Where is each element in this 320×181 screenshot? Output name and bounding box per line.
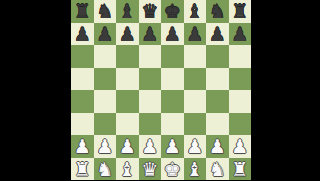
black-pawn[interactable]: ♟	[164, 22, 181, 45]
square-d2[interactable]: ♟	[139, 135, 162, 158]
black-pawn[interactable]: ♟	[96, 22, 113, 45]
square-g3[interactable]	[206, 113, 229, 136]
black-rook[interactable]: ♜	[231, 0, 248, 22]
black-pawn[interactable]: ♟	[119, 22, 136, 45]
letterbox-right	[251, 0, 320, 180]
square-a2[interactable]: ♟	[71, 135, 94, 158]
black-pawn[interactable]: ♟	[74, 22, 91, 45]
square-a3[interactable]	[71, 113, 94, 136]
square-f7[interactable]: ♟	[184, 23, 207, 46]
white-queen[interactable]: ♛	[141, 157, 158, 180]
square-h7[interactable]: ♟	[229, 23, 252, 46]
square-d6[interactable]	[139, 45, 162, 68]
square-d7[interactable]: ♟	[139, 23, 162, 46]
square-e1[interactable]: ♚	[161, 158, 184, 181]
square-f8[interactable]: ♝	[184, 0, 207, 23]
square-h4[interactable]	[229, 90, 252, 113]
square-f5[interactable]	[184, 68, 207, 91]
square-e4[interactable]	[161, 90, 184, 113]
square-g2[interactable]: ♟	[206, 135, 229, 158]
black-pawn[interactable]: ♟	[231, 22, 248, 45]
white-pawn[interactable]: ♟	[74, 135, 91, 158]
square-c7[interactable]: ♟	[116, 23, 139, 46]
black-knight[interactable]: ♞	[96, 0, 113, 22]
white-pawn[interactable]: ♟	[186, 135, 203, 158]
square-h8[interactable]: ♜	[229, 0, 252, 23]
white-pawn[interactable]: ♟	[209, 135, 226, 158]
square-b6[interactable]	[94, 45, 117, 68]
square-g5[interactable]	[206, 68, 229, 91]
square-f3[interactable]	[184, 113, 207, 136]
black-pawn[interactable]: ♟	[186, 22, 203, 45]
square-b8[interactable]: ♞	[94, 0, 117, 23]
square-a5[interactable]	[71, 68, 94, 91]
square-c4[interactable]	[116, 90, 139, 113]
black-rook[interactable]: ♜	[74, 0, 91, 22]
square-f2[interactable]: ♟	[184, 135, 207, 158]
white-bishop[interactable]: ♝	[119, 157, 136, 180]
chess-board: ♜♞♝♛♚♝♞♜♟♟♟♟♟♟♟♟♟♟♟♟♟♟♟♟♜♞♝♛♚♝♞♜	[71, 0, 251, 180]
white-knight[interactable]: ♞	[96, 157, 113, 180]
white-pawn[interactable]: ♟	[141, 135, 158, 158]
square-d5[interactable]	[139, 68, 162, 91]
white-rook[interactable]: ♜	[231, 157, 248, 180]
square-b5[interactable]	[94, 68, 117, 91]
square-g8[interactable]: ♞	[206, 0, 229, 23]
black-knight[interactable]: ♞	[209, 0, 226, 22]
square-f6[interactable]	[184, 45, 207, 68]
square-e5[interactable]	[161, 68, 184, 91]
square-g1[interactable]: ♞	[206, 158, 229, 181]
black-king[interactable]: ♚	[164, 0, 181, 22]
square-f4[interactable]	[184, 90, 207, 113]
letterbox-left	[0, 0, 71, 180]
square-h3[interactable]	[229, 113, 252, 136]
white-pawn[interactable]: ♟	[231, 135, 248, 158]
square-d3[interactable]	[139, 113, 162, 136]
black-queen[interactable]: ♛	[141, 0, 158, 22]
black-pawn[interactable]: ♟	[141, 22, 158, 45]
white-bishop[interactable]: ♝	[186, 157, 203, 180]
square-h6[interactable]	[229, 45, 252, 68]
white-knight[interactable]: ♞	[209, 157, 226, 180]
square-c5[interactable]	[116, 68, 139, 91]
square-c8[interactable]: ♝	[116, 0, 139, 23]
square-d4[interactable]	[139, 90, 162, 113]
video-frame: ♜♞♝♛♚♝♞♜♟♟♟♟♟♟♟♟♟♟♟♟♟♟♟♟♜♞♝♛♚♝♞♜	[0, 0, 320, 180]
white-pawn[interactable]: ♟	[119, 135, 136, 158]
black-bishop[interactable]: ♝	[119, 0, 136, 22]
square-g4[interactable]	[206, 90, 229, 113]
square-g7[interactable]: ♟	[206, 23, 229, 46]
square-d1[interactable]: ♛	[139, 158, 162, 181]
square-h2[interactable]: ♟	[229, 135, 252, 158]
square-e6[interactable]	[161, 45, 184, 68]
square-a8[interactable]: ♜	[71, 0, 94, 23]
square-c3[interactable]	[116, 113, 139, 136]
square-c6[interactable]	[116, 45, 139, 68]
square-f1[interactable]: ♝	[184, 158, 207, 181]
square-b7[interactable]: ♟	[94, 23, 117, 46]
square-g6[interactable]	[206, 45, 229, 68]
square-a4[interactable]	[71, 90, 94, 113]
square-b1[interactable]: ♞	[94, 158, 117, 181]
square-b2[interactable]: ♟	[94, 135, 117, 158]
square-c2[interactable]: ♟	[116, 135, 139, 158]
white-pawn[interactable]: ♟	[96, 135, 113, 158]
white-king[interactable]: ♚	[164, 157, 181, 180]
square-h1[interactable]: ♜	[229, 158, 252, 181]
square-e3[interactable]	[161, 113, 184, 136]
square-b3[interactable]	[94, 113, 117, 136]
black-pawn[interactable]: ♟	[209, 22, 226, 45]
square-e2[interactable]: ♟	[161, 135, 184, 158]
black-bishop[interactable]: ♝	[186, 0, 203, 22]
square-b4[interactable]	[94, 90, 117, 113]
square-e8[interactable]: ♚	[161, 0, 184, 23]
square-a6[interactable]	[71, 45, 94, 68]
square-d8[interactable]: ♛	[139, 0, 162, 23]
white-rook[interactable]: ♜	[74, 157, 91, 180]
square-e7[interactable]: ♟	[161, 23, 184, 46]
square-a1[interactable]: ♜	[71, 158, 94, 181]
white-pawn[interactable]: ♟	[164, 135, 181, 158]
square-a7[interactable]: ♟	[71, 23, 94, 46]
square-h5[interactable]	[229, 68, 252, 91]
square-c1[interactable]: ♝	[116, 158, 139, 181]
